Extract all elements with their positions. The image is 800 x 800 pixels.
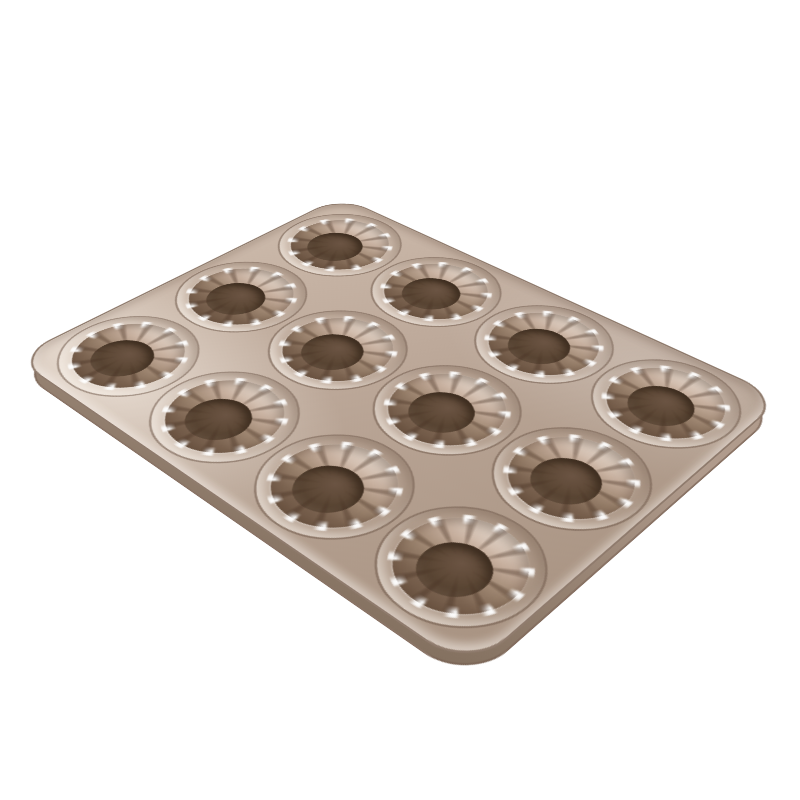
cavity-grid xyxy=(23,200,774,662)
cavity-flutes-texture xyxy=(482,422,659,538)
cavity-cup xyxy=(140,366,308,469)
cavity xyxy=(332,480,587,661)
cavity-cup xyxy=(583,354,747,454)
cavity-hole xyxy=(394,384,488,441)
cavity-cup xyxy=(49,312,207,402)
cavity-flutes-texture xyxy=(583,354,747,454)
canele-pan xyxy=(13,196,783,672)
cavity-flutes-texture xyxy=(140,366,308,469)
cavity-dimple xyxy=(458,408,682,555)
cavity-hole xyxy=(171,391,266,449)
cavity-cup xyxy=(244,429,424,547)
cavity-hole xyxy=(614,378,707,434)
cavity-dimple xyxy=(220,415,447,564)
cavity-cup xyxy=(482,422,659,538)
cavity-flutes-texture xyxy=(364,500,557,636)
cavity-flutes-texture xyxy=(49,312,207,402)
cavity-cup xyxy=(364,500,557,636)
cavity-dimple xyxy=(338,484,581,656)
cavity xyxy=(453,405,688,559)
product-photo xyxy=(0,0,800,800)
pan-top-surface xyxy=(13,196,783,672)
cavity-hole xyxy=(277,456,378,522)
cavity-hole xyxy=(515,449,615,514)
cavity-hole xyxy=(400,532,509,609)
cavity xyxy=(214,412,452,569)
cavity-flutes-texture xyxy=(244,429,424,547)
